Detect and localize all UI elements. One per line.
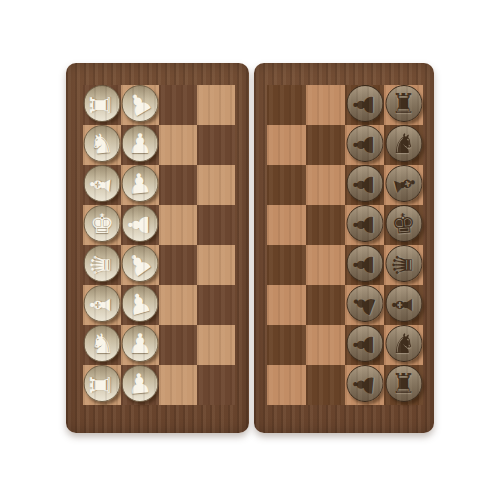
black-rook-h8[interactable]: ♜ [385, 85, 422, 122]
square-d2[interactable]: ♟ [121, 245, 159, 285]
square-h5[interactable] [267, 85, 306, 125]
black-pawn-glyph: ♟ [350, 173, 377, 197]
square-h1[interactable]: ♜ [83, 85, 121, 125]
square-e2[interactable]: ♟ [121, 205, 159, 245]
black-pawn-glyph: ♟ [350, 253, 377, 277]
square-e5[interactable] [267, 205, 306, 245]
square-c8[interactable]: ♝ [384, 285, 423, 325]
black-bishop-c8[interactable]: ♝ [385, 285, 422, 322]
white-pawn-a2[interactable]: ♟ [122, 365, 159, 402]
black-queen-d8[interactable]: ♛ [385, 245, 422, 282]
white-bishop-glyph: ♝ [86, 172, 115, 198]
black-pawn-glyph: ♟ [350, 213, 377, 237]
black-pawn-glyph: ♟ [349, 372, 378, 398]
square-d3[interactable] [159, 245, 197, 285]
square-b8[interactable]: ♞ [384, 325, 423, 365]
white-bishop-f1[interactable]: ♝ [84, 165, 121, 202]
square-a7[interactable]: ♟ [345, 365, 384, 405]
white-knight-b1[interactable]: ♞ [84, 325, 121, 362]
white-king-glyph: ♚ [90, 210, 114, 237]
black-bishop-f8[interactable]: ♝ [385, 165, 422, 202]
white-pawn-g2[interactable]: ♟ [122, 125, 159, 162]
white-pawn-glyph: ♟ [127, 369, 153, 398]
black-pawn-b7[interactable]: ♟ [346, 325, 383, 362]
square-b2[interactable]: ♟ [121, 325, 159, 365]
white-pawn-glyph: ♟ [122, 86, 156, 121]
black-knight-glyph: ♞ [391, 130, 415, 157]
white-rook-glyph: ♜ [87, 93, 114, 117]
square-a4[interactable] [197, 365, 235, 405]
board-right-half: ♟♜♟♞♟♝♟♚♟♛♟♝♟♞♟♜ [254, 63, 434, 433]
board-left-half: ♜♟♞♟♝♟♚♟♛♟♝♟♞♟♜♟ [66, 63, 249, 433]
white-pawn-h2[interactable]: ♟ [122, 85, 159, 122]
square-e6[interactable] [306, 205, 345, 245]
square-d5[interactable] [267, 245, 306, 285]
square-g4[interactable] [197, 125, 235, 165]
square-e4[interactable] [197, 205, 235, 245]
white-pawn-c2[interactable]: ♟ [122, 285, 159, 322]
black-pawn-c7[interactable]: ♟ [346, 285, 383, 322]
white-pawn-f2[interactable]: ♟ [122, 165, 159, 202]
black-pawn-glyph: ♟ [350, 93, 377, 117]
black-pawn-a7[interactable]: ♟ [346, 365, 383, 402]
board-right-grid: ♟♜♟♞♟♝♟♚♟♛♟♝♟♞♟♜ [267, 85, 423, 405]
square-g1[interactable]: ♞ [83, 125, 121, 165]
square-g7[interactable]: ♟ [345, 125, 384, 165]
black-pawn-f7[interactable]: ♟ [346, 165, 383, 202]
black-rook-a8[interactable]: ♜ [385, 365, 422, 402]
black-bishop-glyph: ♝ [389, 293, 416, 317]
square-a2[interactable]: ♟ [121, 365, 159, 405]
black-pawn-glyph: ♟ [350, 133, 377, 157]
white-pawn-glyph: ♟ [128, 330, 152, 357]
square-h6[interactable] [306, 85, 345, 125]
white-pawn-d2[interactable]: ♟ [122, 245, 159, 282]
black-knight-b8[interactable]: ♞ [385, 325, 422, 362]
square-g8[interactable]: ♞ [384, 125, 423, 165]
square-f5[interactable] [267, 165, 306, 205]
square-b6[interactable] [306, 325, 345, 365]
square-d6[interactable] [306, 245, 345, 285]
square-e8[interactable]: ♚ [384, 205, 423, 245]
square-b5[interactable] [267, 325, 306, 365]
white-knight-g1[interactable]: ♞ [84, 125, 121, 162]
square-c2[interactable]: ♟ [121, 285, 159, 325]
white-knight-glyph: ♞ [90, 330, 114, 357]
product-photo-chess-set: ♜♟♞♟♝♟♚♟♛♟♝♟♞♟♜♟ ♟♜♟♞♟♝♟♚♟♛♟♝♟♞♟♜ [0, 0, 500, 500]
square-f1[interactable]: ♝ [83, 165, 121, 205]
white-king-e1[interactable]: ♚ [84, 205, 121, 242]
square-d8[interactable]: ♛ [384, 245, 423, 285]
square-f2[interactable]: ♟ [121, 165, 159, 205]
white-rook-h1[interactable]: ♜ [84, 85, 121, 122]
black-pawn-g7[interactable]: ♟ [346, 125, 383, 162]
white-bishop-c1[interactable]: ♝ [84, 285, 121, 322]
square-c5[interactable] [267, 285, 306, 325]
board-left-grid: ♜♟♞♟♝♟♚♟♛♟♝♟♞♟♜♟ [83, 85, 235, 405]
black-knight-g8[interactable]: ♞ [385, 125, 422, 162]
white-queen-d1[interactable]: ♛ [84, 245, 121, 282]
white-rook-glyph: ♜ [87, 373, 114, 397]
black-king-e8[interactable]: ♚ [385, 205, 422, 242]
square-h2[interactable]: ♟ [121, 85, 159, 125]
black-bishop-glyph: ♝ [389, 169, 421, 199]
white-rook-a1[interactable]: ♜ [84, 365, 121, 402]
square-e7[interactable]: ♟ [345, 205, 384, 245]
square-g6[interactable] [306, 125, 345, 165]
white-pawn-glyph: ♟ [125, 213, 152, 237]
black-rook-glyph: ♜ [391, 370, 415, 397]
square-d1[interactable]: ♛ [83, 245, 121, 285]
square-b7[interactable]: ♟ [345, 325, 384, 365]
square-g5[interactable] [267, 125, 306, 165]
square-c1[interactable]: ♝ [83, 285, 121, 325]
black-pawn-e7[interactable]: ♟ [346, 205, 383, 242]
square-a8[interactable]: ♜ [384, 365, 423, 405]
square-g3[interactable] [159, 125, 197, 165]
square-h8[interactable]: ♜ [384, 85, 423, 125]
square-a5[interactable] [267, 365, 306, 405]
square-f8[interactable]: ♝ [384, 165, 423, 205]
black-queen-glyph: ♛ [389, 253, 416, 277]
square-e3[interactable] [159, 205, 197, 245]
square-f4[interactable] [197, 165, 235, 205]
square-a3[interactable] [159, 365, 197, 405]
chessboard: ♜♟♞♟♝♟♚♟♛♟♝♟♞♟♜♟ ♟♜♟♞♟♝♟♚♟♛♟♝♟♞♟♜ [66, 63, 434, 433]
white-pawn-glyph: ♟ [127, 169, 153, 198]
white-pawn-e2[interactable]: ♟ [122, 205, 159, 242]
white-bishop-glyph: ♝ [87, 293, 114, 317]
square-h7[interactable]: ♟ [345, 85, 384, 125]
square-h4[interactable] [197, 85, 235, 125]
square-h3[interactable] [159, 85, 197, 125]
square-c7[interactable]: ♟ [345, 285, 384, 325]
black-pawn-h7[interactable]: ♟ [346, 85, 383, 122]
square-b1[interactable]: ♞ [83, 325, 121, 365]
black-pawn-d7[interactable]: ♟ [346, 245, 383, 282]
black-pawn-glyph: ♟ [346, 288, 380, 320]
black-pawn-glyph: ♟ [350, 333, 377, 357]
square-d4[interactable] [197, 245, 235, 285]
square-a6[interactable] [306, 365, 345, 405]
black-knight-glyph: ♞ [391, 330, 415, 357]
white-pawn-b2[interactable]: ♟ [122, 325, 159, 362]
square-c3[interactable] [159, 285, 197, 325]
white-queen-glyph: ♛ [87, 253, 114, 277]
white-pawn-glyph: ♟ [124, 287, 154, 319]
white-knight-glyph: ♞ [89, 129, 115, 158]
square-g2[interactable]: ♟ [121, 125, 159, 165]
square-a1[interactable]: ♜ [83, 365, 121, 405]
black-rook-glyph: ♜ [391, 90, 415, 117]
square-b3[interactable] [159, 325, 197, 365]
square-c6[interactable] [306, 285, 345, 325]
square-c4[interactable] [197, 285, 235, 325]
square-b4[interactable] [197, 325, 235, 365]
square-e1[interactable]: ♚ [83, 205, 121, 245]
white-pawn-glyph: ♟ [122, 246, 157, 282]
white-pawn-glyph: ♟ [128, 130, 152, 157]
square-f7[interactable]: ♟ [345, 165, 384, 205]
square-f6[interactable] [306, 165, 345, 205]
square-f3[interactable] [159, 165, 197, 205]
black-king-glyph: ♚ [390, 209, 416, 238]
square-d7[interactable]: ♟ [345, 245, 384, 285]
